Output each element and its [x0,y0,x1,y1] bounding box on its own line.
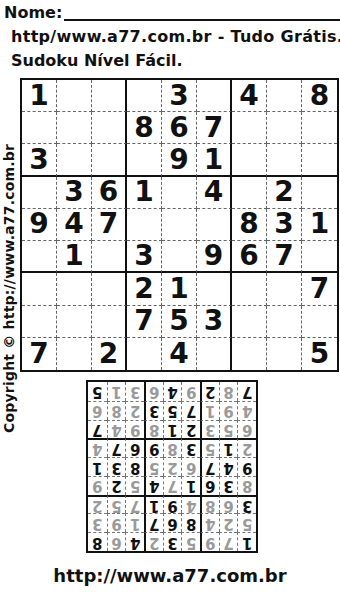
solution-cell: 2 [88,495,107,514]
solution-cell: 7 [219,532,238,551]
puzzle-cell: 7 [302,273,337,305]
solution-cell: 8 [163,438,182,457]
puzzle-cell [197,80,232,112]
puzzle-cell: 6 [92,177,127,209]
solution-cell: 2 [125,401,144,420]
solution-cell: 7 [200,457,219,476]
solution-cell: 3 [107,457,126,476]
solution-cell: 5 [125,476,144,495]
name-blank-line [64,3,340,21]
puzzle-cell [267,273,302,305]
name-label: Nome: [4,3,62,23]
footer-url: http://www.a77.com.br [0,565,340,586]
puzzle-cell: 7 [127,306,162,338]
solution-cell: 5 [107,495,126,514]
puzzle-cell [232,177,267,209]
solution-cell: 4 [125,532,144,551]
puzzle-cell [57,80,92,112]
puzzle-cell [302,177,337,209]
puzzle-cell [302,144,337,176]
solution-cell: 3 [237,495,256,514]
puzzle-cell [162,209,197,241]
solution-cell: 8 [200,495,219,514]
solution-cell: 4 [181,495,200,514]
solution-cell: 8 [219,382,238,401]
solution-cell: 1 [163,420,182,439]
solution-cell: 7 [107,438,126,457]
puzzle-cell [162,241,197,273]
site-header-line: http/www.a77.com.br - Tudo Grátis. [11,27,340,46]
solution-cell: 6 [163,513,182,532]
solution-cell: 3 [163,532,182,551]
puzzle-cell: 1 [22,80,57,112]
solution-cell: 8 [107,401,126,420]
puzzle-cell: 8 [127,112,162,144]
solution-cell: 9 [125,420,144,439]
puzzle-cell [57,112,92,144]
puzzle-cell: 3 [162,80,197,112]
puzzle-cell: 5 [302,338,337,370]
solution-cell: 6 [219,495,238,514]
solution-cell: 5 [144,457,163,476]
solution-cell: 8 [237,476,256,495]
solution-cell: 3 [181,438,200,457]
puzzle-cell: 6 [232,241,267,273]
puzzle-cell [127,80,162,112]
solution-cell: 2 [144,532,163,551]
puzzle-cell [232,144,267,176]
puzzle-cell: 8 [302,80,337,112]
solution-cell: 9 [181,382,200,401]
puzzle-cell: 9 [197,241,232,273]
solution-cell: 9 [200,532,219,551]
solution-grid: 1795324685248671933684917528361745299476… [86,380,258,553]
name-row: Nome: [4,3,340,23]
puzzle-cell [92,306,127,338]
solution-cell: 5 [88,382,107,401]
solution-cell: 9 [163,495,182,514]
solution-cell: 8 [88,532,107,551]
puzzle-cell [92,112,127,144]
puzzle-cell: 7 [22,338,57,370]
puzzle-cell [232,306,267,338]
solution-cell: 9 [88,476,107,495]
solution-cell: 6 [144,382,163,401]
solution-cell: 5 [237,513,256,532]
puzzle-cell [57,273,92,305]
puzzle-cell: 3 [22,144,57,176]
puzzle-cell [197,338,232,370]
puzzle-cell [57,144,92,176]
puzzle-cell [127,209,162,241]
puzzle-cell: 6 [162,112,197,144]
solution-cell: 9 [237,457,256,476]
puzzle-cell [57,338,92,370]
solution-cell: 7 [125,495,144,514]
puzzle-cell: 1 [57,241,92,273]
solution-cell: 5 [181,532,200,551]
puzzle-cell: 2 [92,338,127,370]
copyright-vertical-text: Copyright © http://www.a77.com.br [1,144,17,433]
puzzle-cell [267,80,302,112]
puzzle-cell [267,112,302,144]
puzzle-cell [302,241,337,273]
puzzle-cell [22,177,57,209]
puzzle-cell: 4 [197,177,232,209]
solution-cell: 6 [200,476,219,495]
solution-cell: 2 [163,457,182,476]
puzzle-cell: 8 [232,209,267,241]
puzzle-cell [232,338,267,370]
puzzle-cell [267,306,302,338]
puzzle-cell [162,177,197,209]
solution-cell: 8 [144,420,163,439]
puzzle-cell: 1 [127,177,162,209]
puzzle-cell: 2 [127,273,162,305]
solution-cell: 5 [219,420,238,439]
puzzle-cell [57,306,92,338]
puzzle-cell: 2 [267,177,302,209]
solution-cell: 2 [237,438,256,457]
solution-cell: 6 [107,532,126,551]
puzzle-cell [232,273,267,305]
solution-cell: 7 [237,382,256,401]
solution-cell: 9 [219,401,238,420]
puzzle-cell [267,338,302,370]
puzzle-cell: 3 [57,177,92,209]
puzzle-cell [92,80,127,112]
solution-cell: 5 [163,401,182,420]
puzzle-cell [22,273,57,305]
puzzle-cell [302,112,337,144]
solution-cell: 6 [237,420,256,439]
puzzle-cell [22,241,57,273]
puzzle-cell: 1 [197,144,232,176]
solution-cell: 3 [200,420,219,439]
solution-cell: 1 [219,438,238,457]
solution-cell: 3 [88,513,107,532]
puzzle-cell [92,241,127,273]
solution-cell: 1 [107,382,126,401]
solution-cell: 9 [107,513,126,532]
page-title: Sudoku Nível Fácil. [11,51,183,70]
puzzle-cell [302,306,337,338]
puzzle-cell [92,144,127,176]
puzzle-cell: 3 [267,209,302,241]
puzzle-cell: 7 [92,209,127,241]
puzzle-cell [127,338,162,370]
solution-cell: 1 [200,401,219,420]
solution-cell: 4 [144,476,163,495]
puzzle-cell [127,144,162,176]
solution-cell: 3 [219,476,238,495]
puzzle-cell: 1 [162,273,197,305]
solution-cell: 4 [88,438,107,457]
solution-cell: 7 [88,420,107,439]
solution-cell: 1 [181,476,200,495]
solution-cell: 6 [88,401,107,420]
solution-cell: 4 [200,513,219,532]
solution-cell: 2 [200,382,219,401]
puzzle-cell [197,273,232,305]
solution-cell: 7 [163,476,182,495]
solution-cell: 4 [237,401,256,420]
solution-cell: 8 [181,513,200,532]
solution-cell: 9 [144,438,163,457]
puzzle-cell: 9 [22,209,57,241]
solution-cell: 7 [144,513,163,532]
puzzle-cell: 1 [302,209,337,241]
puzzle-cell: 7 [197,112,232,144]
solution-cell: 5 [200,438,219,457]
solution-cell: 2 [107,476,126,495]
solution-cell: 4 [163,382,182,401]
puzzle-cell [22,112,57,144]
solution-cell: 1 [125,513,144,532]
solution-cell: 7 [181,401,200,420]
puzzle-cell [267,144,302,176]
solution-cell: 6 [181,457,200,476]
solution-cell: 2 [219,513,238,532]
solution-cell: 2 [181,420,200,439]
puzzle-cell: 3 [197,306,232,338]
solution-cell: 3 [125,382,144,401]
puzzle-cell: 3 [127,241,162,273]
puzzle-cell: 4 [57,209,92,241]
puzzle-cell [197,209,232,241]
puzzle-cell: 7 [267,241,302,273]
solution-cell: 1 [88,457,107,476]
solution-cell: 4 [219,457,238,476]
solution-cell: 4 [107,420,126,439]
puzzle-grid: 134886739136142947831139672177537245 [20,78,339,372]
puzzle-cell [22,306,57,338]
solution-cell: 6 [125,438,144,457]
puzzle-cell: 4 [232,80,267,112]
solution-cell: 8 [125,457,144,476]
solution-cell: 3 [144,401,163,420]
puzzle-cell: 4 [162,338,197,370]
puzzle-cell [92,273,127,305]
puzzle-cell: 5 [162,306,197,338]
puzzle-cell: 9 [162,144,197,176]
solution-cell: 1 [237,532,256,551]
puzzle-cell [232,112,267,144]
solution-cell: 1 [144,495,163,514]
